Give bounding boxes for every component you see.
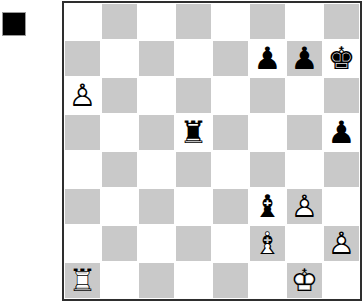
square-h4[interactable] (323, 151, 360, 188)
white-pawn[interactable]: ♙ (328, 225, 356, 262)
square-c6[interactable] (138, 77, 175, 114)
black-king[interactable]: ♚ (328, 40, 356, 77)
square-e3[interactable] (212, 188, 249, 225)
square-h1[interactable] (323, 262, 360, 299)
square-d5[interactable]: ♜ (175, 114, 212, 151)
square-f2[interactable]: ♗ (249, 225, 286, 262)
white-bishop[interactable]: ♗ (254, 225, 282, 262)
square-g7[interactable]: ♟ (286, 40, 323, 77)
black-pawn[interactable]: ♟ (254, 40, 282, 77)
square-d8[interactable] (175, 3, 212, 40)
square-g5[interactable] (286, 114, 323, 151)
square-h8[interactable] (323, 3, 360, 40)
square-f3[interactable]: ♝ (249, 188, 286, 225)
square-a4[interactable] (64, 151, 101, 188)
square-c8[interactable] (138, 3, 175, 40)
square-c1[interactable] (138, 262, 175, 299)
square-a7[interactable] (64, 40, 101, 77)
black-pawn[interactable]: ♟ (328, 114, 356, 151)
square-d1[interactable] (175, 262, 212, 299)
square-g6[interactable] (286, 77, 323, 114)
square-a3[interactable] (64, 188, 101, 225)
square-g3[interactable]: ♙ (286, 188, 323, 225)
square-h5[interactable]: ♟ (323, 114, 360, 151)
square-c5[interactable] (138, 114, 175, 151)
square-b5[interactable] (101, 114, 138, 151)
square-c2[interactable] (138, 225, 175, 262)
white-pawn[interactable]: ♙ (291, 188, 319, 225)
square-f8[interactable] (249, 3, 286, 40)
square-f5[interactable] (249, 114, 286, 151)
square-b8[interactable] (101, 3, 138, 40)
square-d6[interactable] (175, 77, 212, 114)
square-a8[interactable] (64, 3, 101, 40)
square-a6[interactable]: ♙ (64, 77, 101, 114)
white-pawn[interactable]: ♙ (69, 77, 97, 114)
black-rook[interactable]: ♜ (180, 114, 208, 151)
square-f4[interactable] (249, 151, 286, 188)
square-d7[interactable] (175, 40, 212, 77)
white-king[interactable]: ♔ (291, 262, 319, 299)
square-b2[interactable] (101, 225, 138, 262)
square-h6[interactable] (323, 77, 360, 114)
square-b6[interactable] (101, 77, 138, 114)
square-g8[interactable] (286, 3, 323, 40)
square-e2[interactable] (212, 225, 249, 262)
square-c4[interactable] (138, 151, 175, 188)
chess-diagram: ♟♟♚♙♜♟♝♙♗♙♖♔ (0, 0, 364, 302)
square-g2[interactable] (286, 225, 323, 262)
square-g4[interactable] (286, 151, 323, 188)
square-e4[interactable] (212, 151, 249, 188)
square-a2[interactable] (64, 225, 101, 262)
square-d4[interactable] (175, 151, 212, 188)
chess-board: ♟♟♚♙♜♟♝♙♗♙♖♔ (62, 1, 362, 301)
square-b1[interactable] (101, 262, 138, 299)
black-bishop[interactable]: ♝ (254, 188, 282, 225)
square-a1[interactable]: ♖ (64, 262, 101, 299)
square-c3[interactable] (138, 188, 175, 225)
square-h7[interactable]: ♚ (323, 40, 360, 77)
square-f6[interactable] (249, 77, 286, 114)
square-e7[interactable] (212, 40, 249, 77)
black-pawn[interactable]: ♟ (291, 40, 319, 77)
side-to-move-indicator (2, 12, 26, 36)
square-e5[interactable] (212, 114, 249, 151)
square-f1[interactable] (249, 262, 286, 299)
square-e6[interactable] (212, 77, 249, 114)
square-h2[interactable]: ♙ (323, 225, 360, 262)
square-a5[interactable] (64, 114, 101, 151)
square-e1[interactable] (212, 262, 249, 299)
square-d3[interactable] (175, 188, 212, 225)
square-e8[interactable] (212, 3, 249, 40)
square-b7[interactable] (101, 40, 138, 77)
square-g1[interactable]: ♔ (286, 262, 323, 299)
square-b4[interactable] (101, 151, 138, 188)
square-f7[interactable]: ♟ (249, 40, 286, 77)
white-rook[interactable]: ♖ (69, 262, 97, 299)
square-c7[interactable] (138, 40, 175, 77)
square-d2[interactable] (175, 225, 212, 262)
square-h3[interactable] (323, 188, 360, 225)
square-b3[interactable] (101, 188, 138, 225)
